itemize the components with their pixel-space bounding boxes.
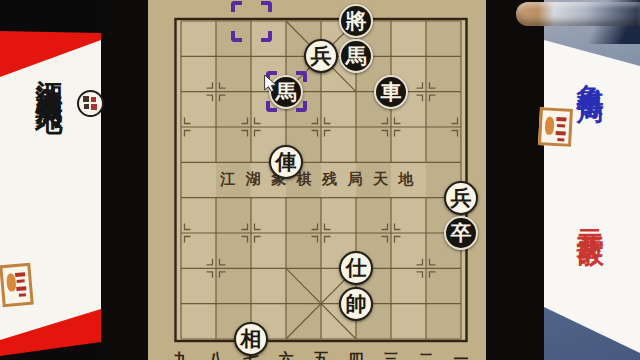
left-circle-seal (77, 90, 104, 117)
xiangqi-board[interactable]: 江湖象棋残局天地 將兵馬馬車俥兵卒仕帥相 九八七六五四三二一 (148, 0, 486, 360)
file-label-4: 四 (346, 350, 366, 360)
piece-black-soldier[interactable]: 卒 (444, 216, 478, 250)
piece-black-chariot[interactable]: 車 (374, 75, 408, 109)
file-label-5: 五 (311, 350, 331, 360)
piece-red-elephant[interactable]: 相 (234, 322, 268, 356)
video-frame: 江湖象棋残局天地 江湖象棋残局天地 將兵馬馬車俥兵卒仕帥相 九八七六五四三二一 … (0, 0, 640, 360)
piece-black-general[interactable]: 將 (339, 4, 373, 38)
seal-marks-icon (15, 271, 27, 298)
right-banner-title: 象棋奇局 (571, 62, 609, 210)
right-banner-subtitle: 云开雾散 (571, 208, 609, 348)
seal-marks-icon (555, 116, 566, 142)
file-label-2: 二 (416, 350, 436, 360)
file-label-8: 八 (206, 350, 226, 360)
board-backdrop: 江湖象棋残局天地 將兵馬馬車俥兵卒仕帥相 九八七六五四三二一 (101, 0, 544, 360)
left-square-seal (0, 263, 34, 308)
file-label-6: 六 (276, 350, 296, 360)
file-label-1: 一 (451, 350, 471, 360)
right-square-seal (538, 107, 573, 147)
mouse-cursor-icon (264, 75, 278, 92)
file-label-3: 三 (381, 350, 401, 360)
file-label-9: 九 (171, 350, 191, 360)
piece-red-soldier[interactable]: 兵 (444, 181, 478, 215)
left-banner-panel: 江湖象棋残局天地 (0, 0, 101, 360)
scroll-rod-icon (516, 2, 640, 26)
seal-blob-icon (545, 116, 555, 134)
left-banner-title: 江湖象棋残局天地 (31, 58, 67, 322)
river-text: 江湖象棋残局天地 (220, 170, 424, 189)
seal-glyphs-icon (83, 96, 97, 110)
right-scroll-panel: 象棋奇局 云开雾散 (544, 0, 640, 360)
piece-red-general[interactable]: 帥 (339, 287, 373, 321)
